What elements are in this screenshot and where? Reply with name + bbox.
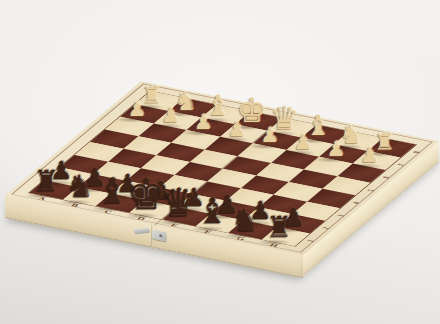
- piece-light-pawn: ♟: [346, 145, 392, 166]
- rank-label-4: 4: [336, 197, 376, 210]
- piece-dark-rook: ♜: [256, 213, 302, 242]
- photo-scene: ♜♞♝♚♛♝♞♜♟♟♟♟♟♟♟♟♟♟♟♟♟♟♟♟♜♞♝♚♛♝♞♜ ABCDEFG…: [0, 0, 440, 324]
- clasp-arm: [134, 228, 151, 235]
- rank-label-3: 3: [321, 209, 361, 222]
- rank-label-6: 6: [366, 171, 406, 184]
- rank-label-5: 5: [351, 184, 391, 197]
